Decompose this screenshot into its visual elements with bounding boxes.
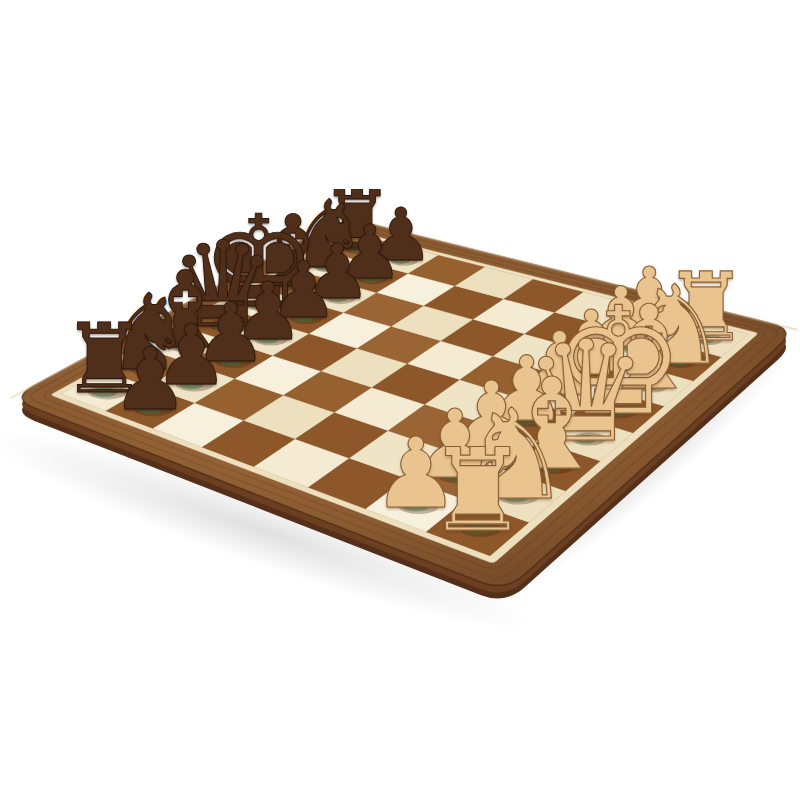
chess-set-product-photo: ♜♟♞♟♝♟♚♟♟♛♟♜♝♟♟♞♞♟♟♝♜♟♟♚♟♛♟♝♟♞♟♜ bbox=[0, 0, 800, 800]
pieces-layer: ♜♟♞♟♝♟♚♟♟♛♟♜♝♟♟♞♞♟♟♝♜♟♟♚♟♛♟♝♟♞♟♜ bbox=[0, 0, 800, 800]
piece-white-rook-a1[interactable]: ♜ bbox=[421, 434, 535, 548]
piece-black-pawn-a7[interactable]: ♟ bbox=[107, 337, 193, 423]
